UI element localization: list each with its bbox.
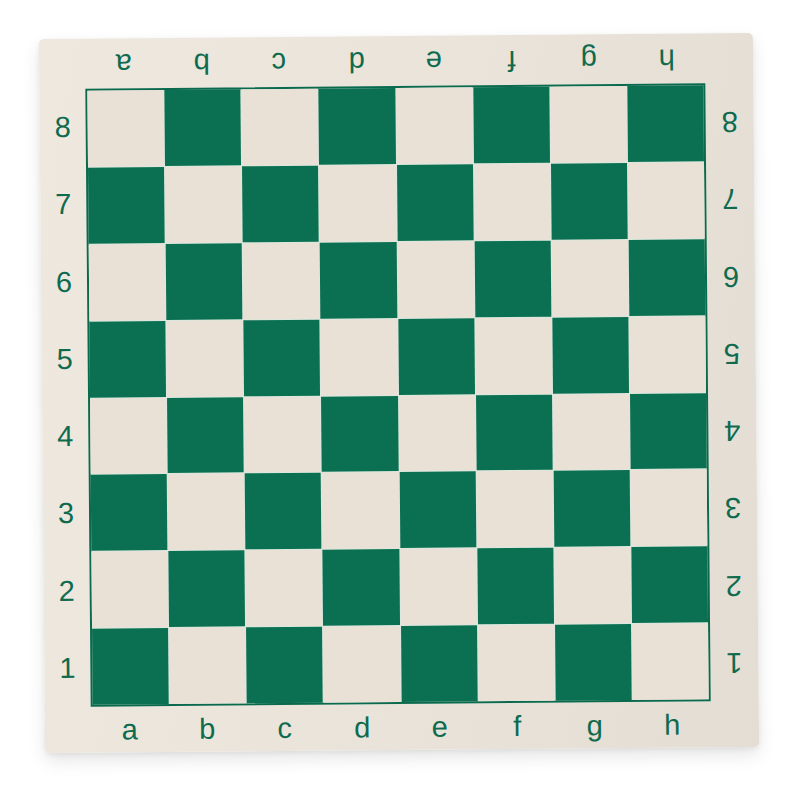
square-f4[interactable] <box>476 394 553 471</box>
square-f1[interactable] <box>478 625 555 702</box>
square-f7[interactable] <box>474 164 551 241</box>
square-h5[interactable] <box>629 316 706 393</box>
square-d3[interactable] <box>322 472 399 549</box>
file-label-bottom-c: c <box>246 713 324 743</box>
square-f8[interactable] <box>473 87 550 164</box>
square-f5[interactable] <box>475 317 552 394</box>
square-h6[interactable] <box>629 239 706 316</box>
square-c8[interactable] <box>242 89 319 166</box>
square-a6[interactable] <box>89 244 166 321</box>
rank-label-right-1: 1 <box>710 648 758 677</box>
square-b7[interactable] <box>165 166 242 243</box>
square-e2[interactable] <box>400 549 477 626</box>
square-g3[interactable] <box>553 470 630 547</box>
square-e7[interactable] <box>397 164 474 241</box>
square-a2[interactable] <box>91 551 168 628</box>
square-d1[interactable] <box>323 626 400 703</box>
square-h8[interactable] <box>627 85 704 162</box>
rank-label-left-4: 4 <box>42 422 88 451</box>
square-f3[interactable] <box>476 471 553 548</box>
square-g4[interactable] <box>553 393 630 470</box>
square-f2[interactable] <box>477 548 554 625</box>
square-h1[interactable] <box>632 623 709 700</box>
square-h2[interactable] <box>631 547 708 624</box>
square-e6[interactable] <box>397 241 474 318</box>
square-g8[interactable] <box>550 86 627 163</box>
square-a3[interactable] <box>91 474 168 551</box>
square-a1[interactable] <box>92 628 169 705</box>
square-a8[interactable] <box>87 90 164 167</box>
square-d8[interactable] <box>319 88 396 165</box>
square-e4[interactable] <box>399 395 476 472</box>
chess-board <box>85 83 710 706</box>
file-labels-top: abcdefgh <box>85 33 705 88</box>
square-e5[interactable] <box>398 318 475 395</box>
rank-label-right-4: 4 <box>708 416 756 445</box>
rank-label-left-2: 2 <box>44 576 90 605</box>
file-label-top-b: b <box>162 48 240 78</box>
square-b3[interactable] <box>168 474 245 551</box>
file-label-bottom-d: d <box>323 712 401 742</box>
square-f6[interactable] <box>474 240 551 317</box>
square-c5[interactable] <box>244 319 321 396</box>
file-label-top-h: h <box>627 44 705 74</box>
rank-labels-right: 87654321 <box>705 83 758 701</box>
rank-label-left-7: 7 <box>40 190 86 219</box>
square-d7[interactable] <box>319 165 396 242</box>
file-label-bottom-f: f <box>478 711 556 741</box>
square-a5[interactable] <box>89 321 166 398</box>
square-c1[interactable] <box>246 627 323 704</box>
square-d4[interactable] <box>321 396 398 473</box>
rank-label-right-2: 2 <box>710 571 758 600</box>
file-label-bottom-a: a <box>91 715 169 745</box>
square-b4[interactable] <box>167 397 244 474</box>
square-c4[interactable] <box>244 396 321 473</box>
file-label-bottom-e: e <box>401 712 479 742</box>
vinyl-chess-mat: abcdefgh 87654321 87654321 abcdefgh <box>39 33 759 753</box>
square-g1[interactable] <box>555 624 632 701</box>
square-a7[interactable] <box>88 167 165 244</box>
chessboard-photo: abcdefgh 87654321 87654321 abcdefgh <box>0 0 800 800</box>
square-e8[interactable] <box>396 87 473 164</box>
square-e3[interactable] <box>399 472 476 549</box>
square-e1[interactable] <box>401 625 478 702</box>
square-a4[interactable] <box>90 398 167 475</box>
square-c3[interactable] <box>245 473 322 550</box>
file-label-top-g: g <box>550 44 628 74</box>
square-b2[interactable] <box>168 551 245 628</box>
square-g5[interactable] <box>552 317 629 394</box>
file-label-bottom-b: b <box>168 714 246 744</box>
square-h7[interactable] <box>628 162 705 239</box>
rank-label-right-3: 3 <box>709 493 757 522</box>
rank-label-right-7: 7 <box>706 184 754 213</box>
square-b8[interactable] <box>164 89 241 166</box>
rank-label-left-6: 6 <box>41 267 87 296</box>
rank-label-right-5: 5 <box>708 339 756 368</box>
rank-label-left-1: 1 <box>44 654 90 683</box>
file-label-top-c: c <box>240 47 318 77</box>
square-d2[interactable] <box>323 549 400 626</box>
square-h4[interactable] <box>630 393 707 470</box>
rank-label-left-3: 3 <box>43 499 89 528</box>
square-c6[interactable] <box>243 242 320 319</box>
square-h3[interactable] <box>631 470 708 547</box>
square-g2[interactable] <box>554 547 631 624</box>
square-b1[interactable] <box>169 627 246 704</box>
file-label-bottom-g: g <box>556 710 634 740</box>
rank-label-left-8: 8 <box>40 113 86 142</box>
file-label-top-f: f <box>472 45 550 75</box>
square-b5[interactable] <box>166 320 243 397</box>
square-c2[interactable] <box>246 550 323 627</box>
square-g7[interactable] <box>551 163 628 240</box>
file-label-top-e: e <box>395 46 473 76</box>
square-b6[interactable] <box>166 243 243 320</box>
square-c7[interactable] <box>242 166 319 243</box>
square-g6[interactable] <box>551 240 628 317</box>
rank-labels-left: 87654321 <box>39 89 90 707</box>
file-label-top-d: d <box>317 47 395 77</box>
rank-label-right-8: 8 <box>706 107 754 136</box>
square-d5[interactable] <box>321 319 398 396</box>
rank-label-left-5: 5 <box>42 345 88 374</box>
file-labels-bottom: abcdefgh <box>91 701 711 752</box>
rank-label-right-6: 6 <box>707 262 755 291</box>
file-label-top-a: a <box>85 49 163 79</box>
square-d6[interactable] <box>320 242 397 319</box>
file-label-bottom-h: h <box>633 710 711 740</box>
